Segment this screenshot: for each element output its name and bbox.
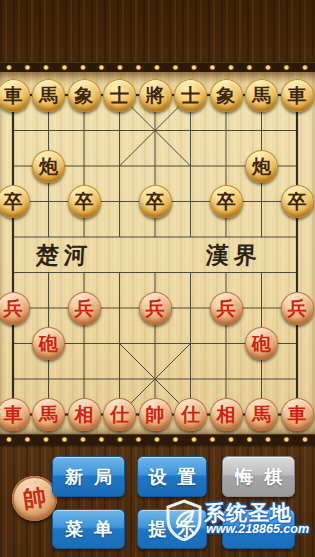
- piece-glyph: 兵: [146, 299, 165, 318]
- black-piece-象-c2r0[interactable]: 象: [68, 79, 101, 112]
- black-piece-馬-c1r0[interactable]: 馬: [32, 79, 65, 112]
- piece-glyph: 相: [217, 405, 236, 424]
- piece-glyph: 仕: [110, 405, 129, 424]
- red-piece-仕-c5r9[interactable]: 仕: [174, 398, 207, 431]
- piece-glyph: 砲: [39, 334, 58, 353]
- red-piece-兵-c8r6[interactable]: 兵: [281, 292, 314, 325]
- piece-glyph: 士: [181, 86, 200, 105]
- piece-glyph: 馬: [39, 405, 58, 424]
- piece-glyph: 兵: [288, 299, 307, 318]
- red-piece-相-c6r9[interactable]: 相: [210, 398, 243, 431]
- red-piece-兵-c6r6[interactable]: 兵: [210, 292, 243, 325]
- piece-glyph: 卒: [217, 192, 236, 211]
- red-piece-帥-c4r9[interactable]: 帥: [139, 398, 172, 431]
- piece-glyph: 馬: [252, 86, 271, 105]
- piece-glyph: 兵: [217, 299, 236, 318]
- piece-glyph: 炮: [252, 157, 271, 176]
- river-label-right: 漢界: [205, 240, 263, 270]
- black-piece-士-c3r0[interactable]: 士: [103, 79, 136, 112]
- black-piece-炮-c1r2[interactable]: 炮: [32, 150, 65, 183]
- piece-glyph: 車: [4, 405, 23, 424]
- black-piece-車-c8r0[interactable]: 車: [281, 79, 314, 112]
- piece-glyph: 士: [110, 86, 129, 105]
- xiangqi-board[interactable]: 楚河 漢界 車馬象士將士象馬車炮炮卒卒卒卒卒兵兵兵兵兵砲砲車馬相仕帥仕相馬車: [0, 72, 315, 434]
- piece-glyph: 卒: [75, 192, 94, 211]
- black-piece-卒-c4r3[interactable]: 卒: [139, 185, 172, 218]
- piece-glyph: 兵: [75, 299, 94, 318]
- piece-glyph: 車: [288, 86, 307, 105]
- piece-glyph: 炮: [39, 157, 58, 176]
- piece-glyph: 卒: [4, 192, 23, 211]
- piece-glyph: 車: [288, 405, 307, 424]
- piece-glyph: 仕: [181, 405, 200, 424]
- black-piece-象-c6r0[interactable]: 象: [210, 79, 243, 112]
- piece-glyph: 馬: [252, 405, 271, 424]
- piece-glyph: 馬: [39, 86, 58, 105]
- menu-button[interactable]: 菜单: [52, 509, 125, 549]
- piece-glyph: 帥: [146, 405, 165, 424]
- black-piece-炮-c7r2[interactable]: 炮: [245, 150, 278, 183]
- piece-glyph: 車: [4, 86, 23, 105]
- turn-indicator-red-general: 帥: [12, 476, 57, 521]
- piece-glyph: 象: [75, 86, 94, 105]
- black-piece-卒-c0r3[interactable]: 卒: [0, 185, 30, 218]
- piece-glyph: 卒: [288, 192, 307, 211]
- piece-glyph: 砲: [252, 334, 271, 353]
- black-piece-卒-c6r3[interactable]: 卒: [210, 185, 243, 218]
- undo-move-button[interactable]: 悔棋: [222, 456, 295, 497]
- red-piece-兵-c0r6[interactable]: 兵: [0, 292, 30, 325]
- red-piece-馬-c7r9[interactable]: 馬: [245, 398, 278, 431]
- black-piece-車-c0r0[interactable]: 車: [0, 79, 30, 112]
- red-piece-馬-c1r9[interactable]: 馬: [32, 398, 65, 431]
- hint-button[interactable]: 提示: [137, 509, 207, 549]
- red-piece-相-c2r9[interactable]: 相: [68, 398, 101, 431]
- black-piece-將-c4r0[interactable]: 將: [139, 79, 172, 112]
- black-piece-馬-c7r0[interactable]: 馬: [245, 79, 278, 112]
- black-piece-卒-c2r3[interactable]: 卒: [68, 185, 101, 218]
- piece-glyph: 相: [75, 405, 94, 424]
- black-piece-卒-c8r3[interactable]: 卒: [281, 185, 314, 218]
- board-bottom-studded-border: [0, 434, 315, 445]
- piece-glyph: 象: [217, 86, 236, 105]
- red-piece-車-c0r9[interactable]: 車: [0, 398, 30, 431]
- red-piece-砲-c7r7[interactable]: 砲: [245, 327, 278, 360]
- red-piece-車-c8r9[interactable]: 車: [281, 398, 314, 431]
- xiangqi-app: 楚河 漢界 車馬象士將士象馬車炮炮卒卒卒卒卒兵兵兵兵兵砲砲車馬相仕帥仕相馬車 帥…: [0, 0, 315, 557]
- obscured-button[interactable]: [222, 509, 295, 549]
- black-piece-士-c5r0[interactable]: 士: [174, 79, 207, 112]
- piece-glyph: 兵: [4, 299, 23, 318]
- new-game-button[interactable]: 新局: [52, 456, 125, 497]
- piece-glyph: 將: [146, 86, 165, 105]
- turn-indicator-glyph: 帥: [21, 482, 48, 516]
- settings-button[interactable]: 设置: [137, 456, 207, 497]
- red-piece-兵-c4r6[interactable]: 兵: [139, 292, 172, 325]
- red-piece-砲-c1r7[interactable]: 砲: [32, 327, 65, 360]
- red-piece-仕-c3r9[interactable]: 仕: [103, 398, 136, 431]
- piece-glyph: 卒: [146, 192, 165, 211]
- red-piece-兵-c2r6[interactable]: 兵: [68, 292, 101, 325]
- river-label-left: 楚河: [35, 240, 93, 270]
